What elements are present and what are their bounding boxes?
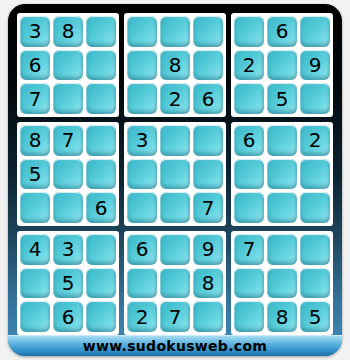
cell-r1c7[interactable] <box>234 16 264 47</box>
cell-r7c5[interactable] <box>160 234 190 265</box>
cell-r9c7[interactable] <box>234 301 264 332</box>
cell-r3c6: 6 <box>193 83 223 114</box>
cell-r9c2: 6 <box>53 301 83 332</box>
cell-r3c7[interactable] <box>234 83 264 114</box>
cell-r2c2[interactable] <box>53 50 83 81</box>
cell-r1c3[interactable] <box>86 16 116 47</box>
cell-r6c7[interactable] <box>234 192 264 223</box>
cell-r1c9[interactable] <box>300 16 330 47</box>
cell-r6c9[interactable] <box>300 192 330 223</box>
sudoku-puzzle-image: 3867826629587563762435669827785 www.sudo… <box>0 0 350 360</box>
cell-r1c2: 8 <box>53 16 83 47</box>
cell-r8c3[interactable] <box>86 268 116 299</box>
sudoku-board: 3867826629587563762435669827785 <box>17 13 333 335</box>
cell-r7c6: 9 <box>193 234 223 265</box>
cell-r5c2[interactable] <box>53 159 83 190</box>
cell-r8c1[interactable] <box>20 268 50 299</box>
cell-r4c1: 8 <box>20 125 50 156</box>
cell-r5c5[interactable] <box>160 159 190 190</box>
cell-r9c8: 8 <box>267 301 297 332</box>
cell-r6c6: 7 <box>193 192 223 223</box>
box-3-2: 69827 <box>124 231 226 335</box>
website-url: www.sudokusweb.com <box>83 338 267 354</box>
cell-r1c1: 3 <box>20 16 50 47</box>
cell-r4c3[interactable] <box>86 125 116 156</box>
cell-r2c1: 6 <box>20 50 50 81</box>
cell-r1c8: 6 <box>267 16 297 47</box>
cell-r8c9[interactable] <box>300 268 330 299</box>
cell-r5c8[interactable] <box>267 159 297 190</box>
cell-r7c1: 4 <box>20 234 50 265</box>
board-frame: 3867826629587563762435669827785 www.sudo… <box>8 4 342 356</box>
box-1-3: 6295 <box>231 13 333 117</box>
cell-r9c3[interactable] <box>86 301 116 332</box>
cell-r5c1: 5 <box>20 159 50 190</box>
cell-r5c4[interactable] <box>127 159 157 190</box>
cell-r7c4: 6 <box>127 234 157 265</box>
cell-r8c4[interactable] <box>127 268 157 299</box>
cell-r4c4: 3 <box>127 125 157 156</box>
cell-r3c2[interactable] <box>53 83 83 114</box>
cell-r3c4[interactable] <box>127 83 157 114</box>
cell-r8c6: 8 <box>193 268 223 299</box>
box-1-1: 3867 <box>17 13 119 117</box>
cell-r1c5[interactable] <box>160 16 190 47</box>
cell-r6c2[interactable] <box>53 192 83 223</box>
cell-r8c8[interactable] <box>267 268 297 299</box>
cell-r7c9[interactable] <box>300 234 330 265</box>
cell-r5c9[interactable] <box>300 159 330 190</box>
cell-r9c4: 2 <box>127 301 157 332</box>
cell-r9c6[interactable] <box>193 301 223 332</box>
cell-r6c4[interactable] <box>127 192 157 223</box>
cell-r2c9: 9 <box>300 50 330 81</box>
box-3-1: 4356 <box>17 231 119 335</box>
cell-r4c9: 2 <box>300 125 330 156</box>
cell-r6c5[interactable] <box>160 192 190 223</box>
cell-r2c3[interactable] <box>86 50 116 81</box>
cell-r8c5[interactable] <box>160 268 190 299</box>
cell-r2c5: 8 <box>160 50 190 81</box>
footer-bar: www.sudokusweb.com <box>8 335 342 356</box>
cell-r7c8[interactable] <box>267 234 297 265</box>
box-3-3: 785 <box>231 231 333 335</box>
cell-r5c6[interactable] <box>193 159 223 190</box>
cell-r8c2: 5 <box>53 268 83 299</box>
cell-r5c7[interactable] <box>234 159 264 190</box>
cell-r2c4[interactable] <box>127 50 157 81</box>
cell-r3c5: 2 <box>160 83 190 114</box>
box-2-3: 62 <box>231 122 333 226</box>
cell-r1c6[interactable] <box>193 16 223 47</box>
cell-r3c3[interactable] <box>86 83 116 114</box>
cell-r1c4[interactable] <box>127 16 157 47</box>
box-1-2: 826 <box>124 13 226 117</box>
cell-r7c3[interactable] <box>86 234 116 265</box>
box-2-1: 8756 <box>17 122 119 226</box>
cell-r4c6[interactable] <box>193 125 223 156</box>
cell-r4c5[interactable] <box>160 125 190 156</box>
cell-r2c6[interactable] <box>193 50 223 81</box>
cell-r4c2: 7 <box>53 125 83 156</box>
cell-r2c7: 2 <box>234 50 264 81</box>
cell-r3c8: 5 <box>267 83 297 114</box>
cell-r4c7: 6 <box>234 125 264 156</box>
cell-r2c8[interactable] <box>267 50 297 81</box>
cell-r3c1: 7 <box>20 83 50 114</box>
cell-r9c5: 7 <box>160 301 190 332</box>
cell-r3c9[interactable] <box>300 83 330 114</box>
box-2-2: 37 <box>124 122 226 226</box>
cell-r6c3: 6 <box>86 192 116 223</box>
cell-r8c7[interactable] <box>234 268 264 299</box>
cell-r6c1[interactable] <box>20 192 50 223</box>
cell-r9c9: 5 <box>300 301 330 332</box>
cell-r5c3[interactable] <box>86 159 116 190</box>
cell-r7c2: 3 <box>53 234 83 265</box>
cell-r6c8[interactable] <box>267 192 297 223</box>
cell-r4c8[interactable] <box>267 125 297 156</box>
cell-r7c7: 7 <box>234 234 264 265</box>
cell-r9c1[interactable] <box>20 301 50 332</box>
